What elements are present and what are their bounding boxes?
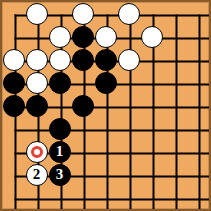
white-stone xyxy=(26,72,48,94)
white-stone xyxy=(49,49,71,71)
stone-number-label: 1 xyxy=(56,144,64,159)
marked-white-stone xyxy=(26,141,48,163)
black-stone xyxy=(3,72,25,94)
black-stone xyxy=(49,72,71,94)
black-stone-move-1: 1 xyxy=(49,141,71,163)
black-stone xyxy=(72,95,94,117)
white-stone xyxy=(49,26,71,48)
black-stone xyxy=(3,95,25,117)
black-stone xyxy=(95,49,117,71)
black-stone xyxy=(26,95,48,117)
white-stone xyxy=(118,3,140,25)
red-circle-mark-icon xyxy=(31,146,43,158)
black-stone xyxy=(49,118,71,140)
white-stone xyxy=(95,26,117,48)
black-stone xyxy=(95,72,117,94)
stone-number-label: 2 xyxy=(33,167,41,182)
white-stone xyxy=(26,3,48,25)
white-stone xyxy=(141,26,163,48)
white-stone-move-2: 2 xyxy=(26,164,48,186)
go-board-diagram: 123 xyxy=(0,0,211,211)
black-stone xyxy=(72,49,94,71)
black-stone xyxy=(72,26,94,48)
white-stone xyxy=(72,3,94,25)
black-stone-move-3: 3 xyxy=(49,164,71,186)
white-stone xyxy=(118,49,140,71)
white-stone xyxy=(3,49,25,71)
white-stone xyxy=(26,49,48,71)
stone-number-label: 3 xyxy=(56,167,64,182)
